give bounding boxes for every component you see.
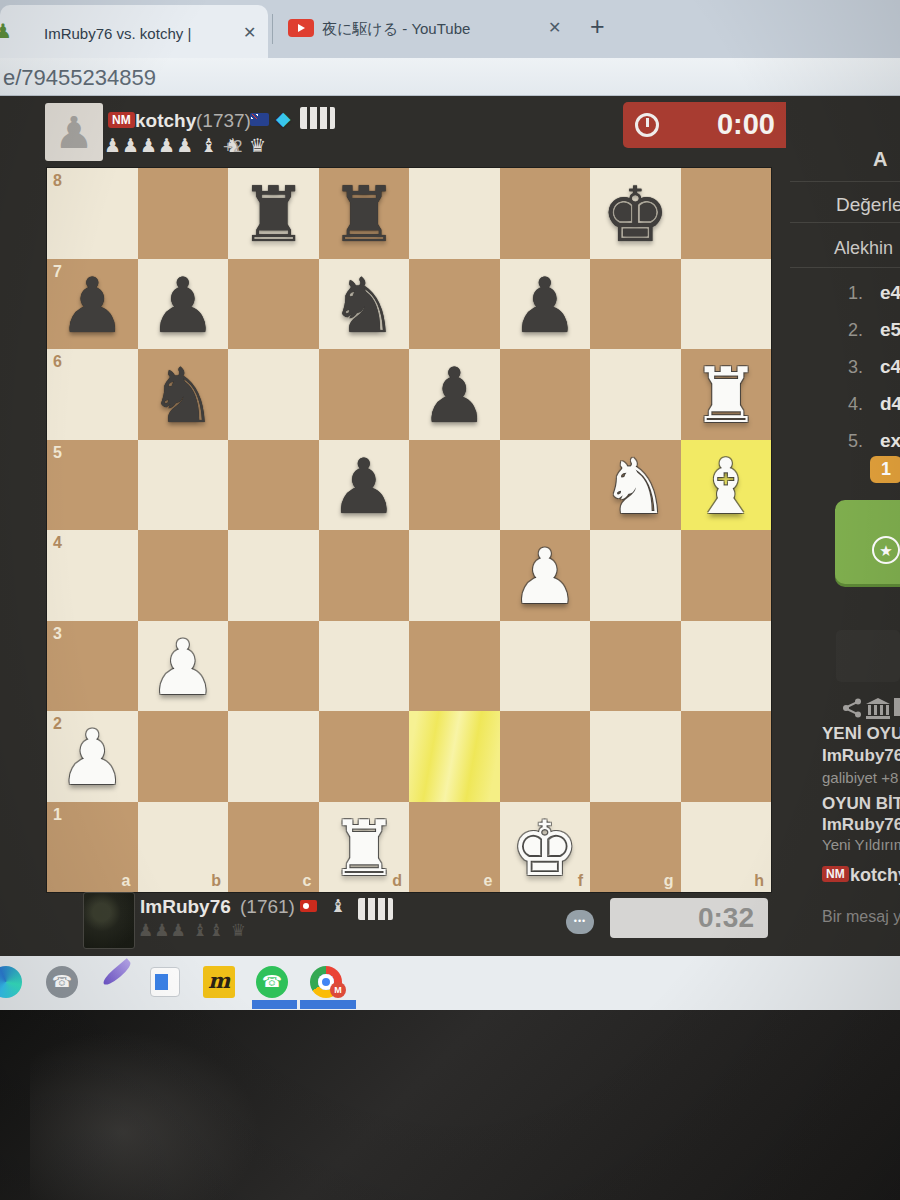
new-tab-button[interactable]: + bbox=[590, 12, 605, 41]
square-d1[interactable]: d♜ bbox=[319, 802, 410, 893]
bishop-membership-icon: ♝ bbox=[330, 895, 346, 917]
url-text: e/79455234859 bbox=[3, 65, 156, 91]
tab-youtube-title[interactable]: 夜に駆ける - YouTube bbox=[322, 20, 470, 39]
close-icon[interactable]: ✕ bbox=[243, 23, 256, 42]
square-b2[interactable] bbox=[138, 711, 229, 802]
tab-divider bbox=[272, 14, 273, 44]
star-icon: ★ bbox=[872, 536, 900, 564]
file-label-c: c bbox=[303, 872, 312, 890]
chat-bubble-icon[interactable]: ••• bbox=[566, 910, 594, 934]
black-pawn[interactable]: ♟ bbox=[47, 259, 138, 350]
chesscom-analysis-page: ♟ NM kotchy (1737) ◆ ♟♟♟♟♟ ♝ ♞ ♛ +2 0:00… bbox=[0, 96, 900, 958]
top-clock-time: 0:00 bbox=[717, 108, 775, 141]
square-g8[interactable]: ♚ bbox=[590, 168, 681, 259]
rank-label-5: 5 bbox=[53, 444, 62, 462]
turkey-flag-icon bbox=[300, 900, 317, 912]
file-label-b: b bbox=[211, 872, 221, 890]
square-a1[interactable]: 1a bbox=[47, 802, 138, 893]
move-row-3[interactable]: 3. c4 bbox=[786, 349, 900, 385]
white-pawn[interactable]: ♟ bbox=[47, 711, 138, 802]
connection-bars-icon bbox=[358, 898, 393, 920]
chat-input[interactable]: Bir mesaj yoll bbox=[822, 908, 900, 926]
square-g5[interactable]: ♞ bbox=[590, 440, 681, 531]
square-a8[interactable]: 8 bbox=[47, 168, 138, 259]
square-h1[interactable]: h bbox=[681, 802, 772, 893]
hand-shadow bbox=[30, 1030, 260, 1200]
square-b5[interactable] bbox=[138, 440, 229, 531]
square-a2[interactable]: 2♟ bbox=[47, 711, 138, 802]
file-label-e: e bbox=[484, 872, 493, 890]
bottom-clock-time: 0:32 bbox=[698, 902, 754, 934]
white-pawn[interactable]: ♟ bbox=[138, 621, 229, 712]
square-c2[interactable] bbox=[228, 711, 319, 802]
square-f8[interactable] bbox=[500, 168, 591, 259]
divider bbox=[790, 181, 900, 182]
square-d7[interactable]: ♞ bbox=[319, 259, 410, 350]
download-icon[interactable] bbox=[894, 698, 900, 722]
black-knight[interactable]: ♞ bbox=[319, 259, 410, 350]
rank-label-4: 4 bbox=[53, 534, 62, 552]
chat-new-blitz-label: Yeni Yıldırım bbox=[822, 836, 900, 853]
square-c1[interactable]: c bbox=[228, 802, 319, 893]
avatar-top-player[interactable]: ♟ bbox=[45, 103, 103, 161]
divider bbox=[790, 267, 900, 268]
chess-board[interactable]: 8♜♜♚7♟♟♞♟6♞♟♜5♟♞♝4♟3♟2♟1abcd♜ef♚gh bbox=[47, 168, 771, 892]
square-a6[interactable]: 6 bbox=[47, 349, 138, 440]
square-e7[interactable] bbox=[409, 259, 500, 350]
square-f3[interactable] bbox=[500, 621, 591, 712]
taskbar-open-indicator bbox=[300, 1000, 356, 1009]
square-g4[interactable] bbox=[590, 530, 681, 621]
square-e8[interactable] bbox=[409, 168, 500, 259]
white-bishop[interactable]: ♝ bbox=[681, 440, 772, 531]
tab-analysis-title: ImRuby76 vs. kotchy | Analysis - bbox=[44, 25, 194, 42]
chat-new-game-label: YENİ OYUN bbox=[822, 724, 900, 744]
square-h8[interactable] bbox=[681, 168, 772, 259]
square-g1[interactable]: g bbox=[590, 802, 681, 893]
square-e5[interactable] bbox=[409, 440, 500, 531]
square-f6[interactable] bbox=[500, 349, 591, 440]
square-c3[interactable] bbox=[228, 621, 319, 712]
avatar-bottom-player[interactable] bbox=[83, 892, 135, 949]
square-e6[interactable]: ♟ bbox=[409, 349, 500, 440]
youtube-icon bbox=[288, 19, 314, 37]
square-b3[interactable]: ♟ bbox=[138, 621, 229, 712]
taskbar-open-indicator bbox=[252, 1000, 297, 1009]
square-h7[interactable] bbox=[681, 259, 772, 350]
move-row-2[interactable]: 2. e5 bbox=[786, 312, 900, 348]
square-b4[interactable] bbox=[138, 530, 229, 621]
windows-taskbar: ☎ m ☎ M bbox=[0, 956, 900, 1010]
analysis-box bbox=[836, 630, 900, 682]
top-player-rating: (1737) bbox=[196, 110, 251, 132]
black-knight[interactable]: ♞ bbox=[138, 349, 229, 440]
square-b6[interactable]: ♞ bbox=[138, 349, 229, 440]
chesscom-favicon: ♟ bbox=[0, 19, 12, 43]
whatsapp-icon[interactable]: ☎ bbox=[256, 966, 288, 998]
square-f5[interactable] bbox=[500, 440, 591, 531]
tab-analysis[interactable]: ♟ ImRuby76 vs. kotchy | Analysis - ✕ bbox=[0, 5, 268, 58]
square-d3[interactable] bbox=[319, 621, 410, 712]
square-a3[interactable]: 3 bbox=[47, 621, 138, 712]
square-g7[interactable] bbox=[590, 259, 681, 350]
top-captured-pieces: ♟♟♟♟♟ ♝ ♞ ♛ bbox=[104, 134, 267, 157]
evaluation-header: Değerle bbox=[836, 194, 900, 216]
square-e1[interactable]: e bbox=[409, 802, 500, 893]
square-d4[interactable] bbox=[319, 530, 410, 621]
square-g6[interactable] bbox=[590, 349, 681, 440]
browser-tab-bar: ♟ ImRuby76 vs. kotchy | Analysis - ✕ 夜に駆… bbox=[0, 0, 900, 58]
square-h6[interactable]: ♜ bbox=[681, 349, 772, 440]
square-b7[interactable]: ♟ bbox=[138, 259, 229, 350]
white-king[interactable]: ♚ bbox=[500, 802, 591, 893]
white-pawn[interactable]: ♟ bbox=[500, 530, 591, 621]
sidebar-header-partial: A bbox=[873, 148, 887, 171]
black-pawn[interactable]: ♟ bbox=[500, 259, 591, 350]
square-g2[interactable] bbox=[590, 711, 681, 802]
square-c5[interactable] bbox=[228, 440, 319, 531]
square-f1[interactable]: f♚ bbox=[500, 802, 591, 893]
move-row-5[interactable]: 5. exd bbox=[786, 423, 900, 459]
square-c6[interactable] bbox=[228, 349, 319, 440]
square-c8[interactable]: ♜ bbox=[228, 168, 319, 259]
rank-label-6: 6 bbox=[53, 353, 62, 371]
chat-player-name: ImRuby76 bbox=[822, 746, 900, 766]
square-h2[interactable] bbox=[681, 711, 772, 802]
close-icon[interactable]: ✕ bbox=[548, 18, 561, 37]
bottom-captured-pieces: ♟♟♟ ♝♝ ♛ bbox=[138, 920, 247, 941]
square-e4[interactable] bbox=[409, 530, 500, 621]
square-c7[interactable] bbox=[228, 259, 319, 350]
australia-flag-icon bbox=[250, 113, 269, 126]
black-pawn[interactable]: ♟ bbox=[319, 440, 410, 531]
file-label-g: g bbox=[664, 872, 674, 890]
black-rook[interactable]: ♜ bbox=[319, 168, 410, 259]
square-a4[interactable]: 4 bbox=[47, 530, 138, 621]
square-e2[interactable] bbox=[409, 711, 500, 802]
square-b1[interactable]: b bbox=[138, 802, 229, 893]
square-c4[interactable] bbox=[228, 530, 319, 621]
square-f4[interactable]: ♟ bbox=[500, 530, 591, 621]
move-row-1[interactable]: 1. e4 bbox=[786, 275, 900, 311]
square-g3[interactable] bbox=[590, 621, 681, 712]
chat-game-over-label: OYUN BİTT bbox=[822, 794, 900, 814]
bottom-player-clock: 0:32 bbox=[610, 898, 768, 938]
rank-label-3: 3 bbox=[53, 625, 62, 643]
square-d8[interactable]: ♜ bbox=[319, 168, 410, 259]
diamond-membership-icon[interactable]: ◆ bbox=[276, 107, 291, 130]
phone-app-icon[interactable]: ☎ bbox=[46, 966, 78, 998]
square-a5[interactable]: 5 bbox=[47, 440, 138, 531]
square-e3[interactable] bbox=[409, 621, 500, 712]
edge-icon[interactable] bbox=[0, 966, 22, 998]
white-knight[interactable]: ♞ bbox=[590, 440, 681, 531]
square-h3[interactable] bbox=[681, 621, 772, 712]
black-pawn[interactable]: ♟ bbox=[409, 349, 500, 440]
browser-url-bar[interactable]: e/79455234859 bbox=[0, 58, 900, 96]
top-material-advantage: +2 bbox=[223, 137, 242, 157]
analysis-sidebar: A Değerle Alekhin 1. e4 2. e5 3. c4 4. d… bbox=[786, 96, 900, 958]
tournament-building-icon[interactable] bbox=[866, 698, 890, 724]
bottom-player-rating: (1761) bbox=[240, 896, 295, 918]
square-h4[interactable] bbox=[681, 530, 772, 621]
opening-name[interactable]: Alekhin bbox=[834, 238, 893, 259]
connection-bars-icon bbox=[300, 107, 335, 129]
rank-label-1: 1 bbox=[53, 806, 62, 824]
black-rook[interactable]: ♜ bbox=[228, 168, 319, 259]
gmail-badge-icon: M bbox=[330, 982, 346, 998]
square-h5[interactable]: ♝ bbox=[681, 440, 772, 531]
square-d2[interactable] bbox=[319, 711, 410, 802]
nm-title-badge: NM bbox=[108, 112, 135, 128]
square-d5[interactable]: ♟ bbox=[319, 440, 410, 531]
file-label-h: h bbox=[754, 872, 764, 890]
black-pawn[interactable]: ♟ bbox=[138, 259, 229, 350]
bottom-player-name[interactable]: ImRuby76 bbox=[140, 896, 231, 918]
square-d6[interactable] bbox=[319, 349, 410, 440]
yellow-m-app-icon[interactable]: m bbox=[203, 966, 235, 998]
white-rook[interactable]: ♜ bbox=[681, 349, 772, 440]
square-b8[interactable] bbox=[138, 168, 229, 259]
move-number-badge[interactable]: 1 bbox=[870, 456, 900, 483]
chat-rating-change: galibiyet +8 bbox=[822, 769, 898, 786]
square-f2[interactable] bbox=[500, 711, 591, 802]
square-f7[interactable]: ♟ bbox=[500, 259, 591, 350]
pen-app-icon[interactable] bbox=[101, 958, 133, 988]
black-king[interactable]: ♚ bbox=[590, 168, 681, 259]
chat-winner-name: ImRuby76 bbox=[822, 815, 900, 835]
nm-title-badge: NM bbox=[822, 866, 849, 882]
top-player-name[interactable]: kotchy bbox=[135, 110, 196, 132]
photographed-laptop-screen: ♟ ImRuby76 vs. kotchy | Analysis - ✕ 夜に駆… bbox=[0, 0, 900, 1200]
chat-kotchy-name[interactable]: kotchy bbox=[850, 865, 900, 886]
top-player-clock: 0:00 bbox=[623, 102, 791, 148]
white-rook[interactable]: ♜ bbox=[319, 802, 410, 893]
clock-icon bbox=[635, 113, 659, 137]
divider bbox=[790, 222, 900, 223]
square-a7[interactable]: 7♟ bbox=[47, 259, 138, 350]
move-row-4[interactable]: 4. d4 bbox=[786, 386, 900, 422]
photos-app-icon[interactable] bbox=[150, 967, 180, 997]
rank-label-8: 8 bbox=[53, 172, 62, 190]
share-icon[interactable] bbox=[842, 698, 862, 722]
file-label-a: a bbox=[122, 872, 131, 890]
pawn-avatar-icon: ♟ bbox=[54, 108, 93, 157]
